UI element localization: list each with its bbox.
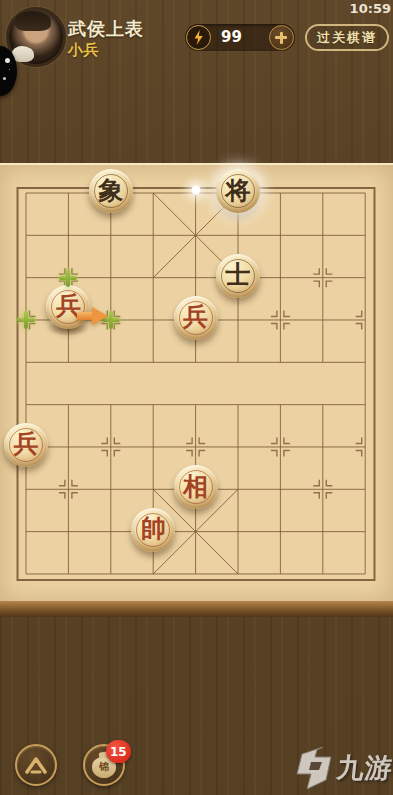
piece-label: 士 bbox=[226, 262, 251, 287]
piece-label: 帥 bbox=[141, 516, 166, 541]
piece-label: 兵 bbox=[56, 293, 81, 318]
chevron-up-icon bbox=[23, 755, 49, 775]
piece-black-general[interactable]: 将 bbox=[216, 169, 260, 213]
watermark: 九游 bbox=[296, 747, 393, 789]
board-grid bbox=[0, 0, 393, 795]
piece-black-elephant[interactable]: 象 bbox=[89, 169, 133, 213]
move-hint-marker[interactable] bbox=[101, 310, 121, 330]
piece-black-advisor[interactable]: 士 bbox=[216, 254, 260, 298]
piece-label: 相 bbox=[183, 474, 208, 499]
app-screen: 10:59 武侯上表 小兵 99 过关棋谱 象将士兵兵兵相帥 锦 15 九游 bbox=[0, 0, 393, 795]
watermark-logo-icon bbox=[296, 747, 332, 789]
piece-red-general[interactable]: 帥 bbox=[131, 508, 175, 552]
move-hint-marker[interactable] bbox=[16, 310, 36, 330]
piece-red-elephant[interactable]: 相 bbox=[174, 465, 218, 509]
move-hint-marker[interactable] bbox=[58, 268, 78, 288]
piece-label: 象 bbox=[98, 178, 123, 203]
badge-count: 15 bbox=[106, 740, 131, 763]
watermark-text: 九游 bbox=[335, 750, 393, 786]
piece-label: 将 bbox=[226, 178, 251, 203]
collapse-button[interactable] bbox=[15, 744, 57, 786]
piece-label: 兵 bbox=[183, 304, 208, 329]
piece-label: 兵 bbox=[14, 431, 39, 456]
piece-red-soldier[interactable]: 兵 bbox=[4, 423, 48, 467]
piece-red-soldier[interactable]: 兵 bbox=[174, 296, 218, 340]
piece-red-soldier[interactable]: 兵 bbox=[46, 285, 90, 329]
